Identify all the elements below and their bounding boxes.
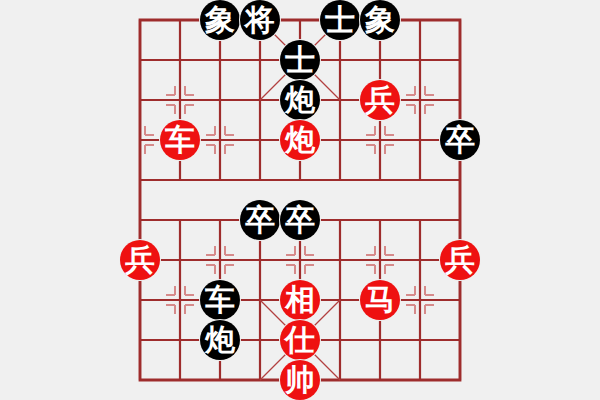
piece-black-soldier[interactable]: 卒 [280, 200, 320, 240]
piece-black-advisor[interactable]: 士 [280, 40, 320, 80]
piece-black-general[interactable]: 将 [240, 0, 280, 40]
piece-black-cannon[interactable]: 炮 [200, 320, 240, 360]
piece-black-soldier[interactable]: 卒 [440, 120, 480, 160]
piece-red-chariot[interactable]: 车 [160, 120, 200, 160]
piece-layer: 象将士象士炮卒卒卒车炮车炮兵兵兵相马仕帅 [0, 0, 600, 400]
piece-red-soldier[interactable]: 兵 [360, 80, 400, 120]
piece-red-soldier[interactable]: 兵 [120, 240, 160, 280]
piece-red-soldier[interactable]: 兵 [440, 240, 480, 280]
piece-red-horse[interactable]: 马 [360, 280, 400, 320]
piece-black-chariot[interactable]: 车 [200, 280, 240, 320]
piece-black-elephant[interactable]: 象 [360, 0, 400, 40]
piece-red-advisor[interactable]: 仕 [280, 320, 320, 360]
piece-black-advisor[interactable]: 士 [320, 0, 360, 40]
piece-black-cannon[interactable]: 炮 [280, 80, 320, 120]
xiangqi-board: 象将士象士炮卒卒卒车炮车炮兵兵兵相马仕帅 [0, 0, 600, 400]
piece-black-elephant[interactable]: 象 [200, 0, 240, 40]
piece-red-elephant[interactable]: 相 [280, 280, 320, 320]
piece-red-cannon[interactable]: 炮 [280, 120, 320, 160]
piece-red-general[interactable]: 帅 [280, 360, 320, 400]
piece-black-soldier[interactable]: 卒 [240, 200, 280, 240]
